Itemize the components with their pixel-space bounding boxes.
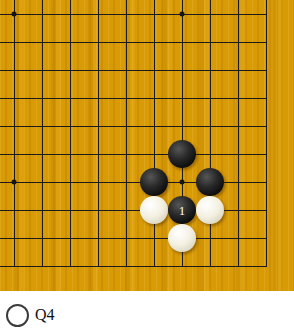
grid-line-vertical (14, 0, 15, 267)
grid-line-horizontal (0, 70, 267, 71)
white-stone-q2[interactable] (168, 224, 196, 252)
grid-line-vertical (266, 0, 267, 267)
move-number-label: 1 (179, 204, 186, 217)
grid-line-vertical (42, 0, 43, 267)
black-stone-q5[interactable] (168, 140, 196, 168)
star-point-q4 (180, 180, 185, 185)
go-board[interactable]: 1 (0, 0, 294, 291)
grid-line-horizontal (0, 14, 267, 15)
grid-line-horizontal (0, 126, 267, 127)
star-point-k10 (12, 12, 17, 17)
grid-line-horizontal (0, 210, 267, 211)
grid-line-vertical (154, 0, 155, 267)
grid-line-horizontal (0, 42, 267, 43)
grid-line-horizontal (0, 98, 267, 99)
star-point-k4 (12, 180, 17, 185)
white-stone-p3[interactable] (140, 196, 168, 224)
grid-line-horizontal (0, 238, 267, 239)
grid-line-vertical (210, 0, 211, 267)
white-stone-icon (6, 304, 29, 327)
black-stone-r4[interactable] (196, 168, 224, 196)
grid-line-vertical (98, 0, 99, 267)
grid-line-vertical (126, 0, 127, 267)
grid-line-horizontal (0, 154, 267, 155)
black-stone-q3[interactable]: 1 (168, 196, 196, 224)
white-stone-r3[interactable] (196, 196, 224, 224)
grid-line-vertical (238, 0, 239, 267)
grid-line-horizontal (0, 182, 267, 183)
grid-line-vertical (70, 0, 71, 267)
move-coordinate-label: Q4 (35, 306, 55, 324)
black-stone-p4[interactable] (140, 168, 168, 196)
grid-line-horizontal (0, 266, 267, 267)
star-point-q10 (180, 12, 185, 17)
go-problem-view: 1 Q4 (0, 0, 294, 330)
move-caption: Q4 (0, 291, 294, 330)
